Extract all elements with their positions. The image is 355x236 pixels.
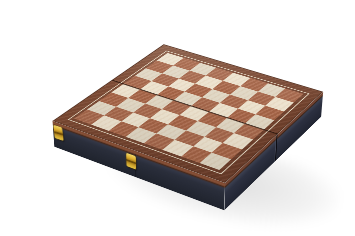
chess-box <box>52 44 323 183</box>
brass-clasp-band <box>126 159 136 164</box>
square-d3 <box>150 109 179 124</box>
square-e4 <box>180 106 209 121</box>
brass-clasp-center <box>126 153 136 170</box>
scene <box>0 0 355 236</box>
square-a1 <box>74 110 104 125</box>
square-h5 <box>245 114 274 129</box>
brass-clasp-band <box>54 131 63 135</box>
square-c2 <box>121 112 151 127</box>
square-f4 <box>198 112 227 127</box>
square-e2 <box>156 124 186 140</box>
square-h6 <box>256 106 285 121</box>
square-g2 <box>193 136 223 152</box>
square-e1 <box>144 134 174 150</box>
square-c1 <box>108 121 138 137</box>
square-g4 <box>216 118 245 133</box>
square-h4 <box>234 124 264 140</box>
square-g5 <box>227 109 256 124</box>
square-g3 <box>204 127 234 143</box>
square-f2 <box>174 130 204 146</box>
square-h1 <box>200 153 231 170</box>
square-d2 <box>138 118 168 133</box>
square-f3 <box>186 121 216 137</box>
square-g1 <box>181 146 212 163</box>
square-e3 <box>168 115 197 130</box>
square-b2 <box>104 106 133 121</box>
square-d1 <box>126 127 156 143</box>
right-face-seam <box>275 134 277 161</box>
square-h3 <box>223 133 253 149</box>
square-f1 <box>162 140 193 157</box>
square-h2 <box>212 143 243 160</box>
brass-clasp-left <box>53 125 63 141</box>
board-top-face <box>52 44 323 183</box>
square-b1 <box>91 115 121 130</box>
